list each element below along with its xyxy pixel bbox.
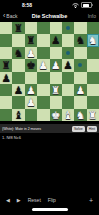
square-h2[interactable] bbox=[87, 96, 99, 108]
square-f7[interactable] bbox=[62, 34, 74, 46]
problem-description: (White): Mate in 2 moves bbox=[2, 127, 70, 131]
status-icons bbox=[72, 2, 92, 8]
chevron-left-icon: ‹ bbox=[3, 13, 5, 18]
square-e3[interactable]: ♜ bbox=[50, 84, 62, 96]
square-a6[interactable] bbox=[0, 47, 12, 59]
nav-bar: ‹ Back Die Schwalbe Info bbox=[0, 9, 99, 22]
info-button[interactable]: Info bbox=[70, 13, 96, 19]
next-move-button[interactable]: ▶ bbox=[17, 197, 21, 203]
back-button[interactable]: ‹ Back bbox=[3, 13, 29, 19]
square-c3[interactable]: ♟ bbox=[25, 84, 37, 96]
square-g6[interactable] bbox=[74, 47, 86, 59]
square-h8[interactable] bbox=[87, 22, 99, 34]
screen: 8:58 ‹ Back Die Schwalbe Info ♜♜♟♞♞♞♟♜♚♟… bbox=[0, 0, 99, 215]
square-f4[interactable] bbox=[62, 72, 74, 84]
move-hint-dot-g5[interactable] bbox=[78, 63, 82, 67]
square-h7[interactable]: ♞ bbox=[87, 34, 99, 46]
square-e8[interactable] bbox=[50, 22, 62, 34]
square-c6[interactable]: ♟ bbox=[25, 47, 37, 59]
square-b6[interactable]: ♞ bbox=[12, 47, 24, 59]
square-e4[interactable] bbox=[50, 72, 62, 84]
square-a2[interactable] bbox=[0, 96, 12, 108]
add-button[interactable]: + bbox=[89, 197, 93, 204]
square-h5[interactable] bbox=[87, 59, 99, 71]
square-d5[interactable]: ♟ bbox=[37, 59, 49, 71]
square-d6[interactable] bbox=[37, 47, 49, 59]
spacer bbox=[0, 142, 99, 195]
black-pawn-b3[interactable]: ♟ bbox=[12, 84, 24, 96]
black-rook-c7[interactable]: ♜ bbox=[25, 34, 37, 46]
black-rook-a5[interactable]: ♜ bbox=[0, 59, 12, 71]
black-king-c5[interactable]: ♚ bbox=[25, 59, 37, 71]
square-g5[interactable] bbox=[74, 59, 86, 71]
square-h4[interactable] bbox=[87, 72, 99, 84]
wifi-icon bbox=[72, 3, 79, 8]
square-h3[interactable] bbox=[87, 84, 99, 96]
square-g7[interactable]: ♞ bbox=[74, 34, 86, 46]
page-title: Die Schwalbe bbox=[29, 13, 70, 19]
black-rook-b8[interactable]: ♜ bbox=[12, 22, 24, 34]
square-b4[interactable] bbox=[12, 72, 24, 84]
black-bishop-b1[interactable]: ♝ bbox=[12, 109, 24, 121]
flip-button[interactable]: Flip bbox=[48, 197, 56, 203]
square-c8[interactable] bbox=[25, 22, 37, 34]
square-c2[interactable]: ♟ bbox=[25, 96, 37, 108]
white-pawn-d5[interactable]: ♟ bbox=[37, 59, 49, 71]
square-d2[interactable] bbox=[37, 96, 49, 108]
square-c4[interactable] bbox=[25, 72, 37, 84]
black-knight-b6[interactable]: ♞ bbox=[12, 47, 24, 59]
white-bishop-f1[interactable]: ♝ bbox=[62, 109, 74, 121]
square-f8[interactable] bbox=[62, 22, 74, 34]
square-b3[interactable]: ♟ bbox=[12, 84, 24, 96]
back-label: Back bbox=[6, 13, 17, 19]
white-pawn-c3[interactable]: ♟ bbox=[25, 84, 37, 96]
square-a1[interactable] bbox=[0, 109, 12, 121]
square-h1[interactable]: ♜ bbox=[87, 109, 99, 121]
square-b5[interactable] bbox=[12, 59, 24, 71]
square-e6[interactable] bbox=[50, 47, 62, 59]
square-e5[interactable]: ♟ bbox=[50, 59, 62, 71]
square-a4[interactable]: ♟ bbox=[0, 72, 12, 84]
square-c5[interactable]: ♚ bbox=[25, 59, 37, 71]
square-d8[interactable] bbox=[37, 22, 49, 34]
square-e2[interactable] bbox=[50, 96, 62, 108]
bottom-toolbar: ◀ ▶ Reset Flip + bbox=[0, 195, 99, 205]
square-f6[interactable] bbox=[62, 47, 74, 59]
square-d4[interactable] bbox=[37, 72, 49, 84]
white-knight-g1[interactable]: ♞ bbox=[74, 109, 86, 121]
square-e1[interactable]: ♚ bbox=[50, 109, 62, 121]
solve-button[interactable]: Solve bbox=[72, 126, 85, 132]
square-b8[interactable]: ♜ bbox=[12, 22, 24, 34]
status-bar: 8:58 bbox=[0, 0, 99, 9]
square-a7[interactable] bbox=[0, 34, 12, 46]
white-pawn-c2[interactable]: ♟ bbox=[25, 96, 37, 108]
square-a8[interactable] bbox=[0, 22, 12, 34]
white-rook-h1[interactable]: ♜ bbox=[87, 109, 99, 121]
white-pawn-e5[interactable]: ♟ bbox=[50, 59, 62, 71]
status-time: 8:58 bbox=[22, 2, 32, 8]
black-pawn-a4[interactable]: ♟ bbox=[0, 72, 12, 84]
square-f5[interactable]: ♟ bbox=[62, 59, 74, 71]
square-f1[interactable]: ♝ bbox=[62, 109, 74, 121]
square-g3[interactable]: ♟ bbox=[74, 84, 86, 96]
square-c1[interactable] bbox=[25, 109, 37, 121]
square-d1[interactable] bbox=[37, 109, 49, 121]
square-g4[interactable] bbox=[74, 72, 86, 84]
square-f3[interactable] bbox=[62, 84, 74, 96]
square-b2[interactable] bbox=[12, 96, 24, 108]
square-h6[interactable] bbox=[87, 47, 99, 59]
square-g2[interactable] bbox=[74, 96, 86, 108]
square-b1[interactable]: ♝ bbox=[12, 109, 24, 121]
prev-move-button[interactable]: ◀ bbox=[6, 197, 10, 203]
square-g8[interactable] bbox=[74, 22, 86, 34]
square-b7[interactable] bbox=[12, 34, 24, 46]
white-rook-e3[interactable]: ♜ bbox=[50, 84, 62, 96]
move-hint-dot-f8[interactable] bbox=[66, 26, 70, 30]
white-king-e1[interactable]: ♚ bbox=[50, 109, 62, 121]
white-pawn-g3[interactable]: ♟ bbox=[74, 84, 86, 96]
square-e7[interactable]: ♟ bbox=[50, 34, 62, 46]
square-a3[interactable] bbox=[0, 84, 12, 96]
black-pawn-e7[interactable]: ♟ bbox=[50, 34, 62, 46]
square-c7[interactable]: ♜ bbox=[25, 34, 37, 46]
black-pawn-f5[interactable]: ♟ bbox=[62, 59, 74, 71]
square-a5[interactable]: ♜ bbox=[0, 59, 12, 71]
home-indicator[interactable] bbox=[32, 208, 68, 211]
solution-moves: 1. Nf8 Nc6 bbox=[0, 133, 99, 142]
reset-button[interactable]: Reset bbox=[28, 197, 41, 203]
black-knight-g7[interactable]: ♞ bbox=[74, 34, 86, 46]
hint-button[interactable]: Hint bbox=[87, 126, 97, 132]
square-f2[interactable] bbox=[62, 96, 74, 108]
battery-icon bbox=[81, 2, 92, 8]
move-hint-dot-f6[interactable] bbox=[66, 51, 70, 55]
white-pawn-c6[interactable]: ♟ bbox=[25, 47, 37, 59]
problem-description-bar: (White): Mate in 2 moves Solve Hint bbox=[0, 124, 99, 133]
white-knight-h7[interactable]: ♞ bbox=[87, 34, 99, 46]
square-g1[interactable]: ♞ bbox=[74, 109, 86, 121]
chess-board[interactable]: ♜♜♟♞♞♞♟♜♚♟♟♟♟♟♟♜♟♟♝♚♝♞♜ bbox=[0, 22, 99, 121]
square-d7[interactable] bbox=[37, 34, 49, 46]
square-d3[interactable] bbox=[37, 84, 49, 96]
